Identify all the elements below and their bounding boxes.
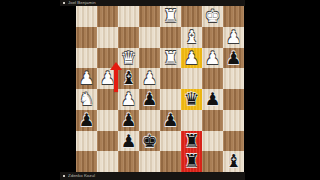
black-rook-c8: ♜ [184,151,200,172]
square-b5: ♟ [202,89,223,110]
square-g2 [97,27,118,48]
square-c2: ♝ [181,27,202,48]
square-c6 [181,110,202,131]
white-king-b1: ♚ [205,6,221,27]
bottom-player-bar: Zdenko Kozul [60,172,245,180]
square-e2 [139,27,160,48]
square-f4: ♝ [118,68,139,89]
black-pawn-f6: ♟ [121,110,137,131]
square-g7 [97,131,118,152]
white-bishop-c2: ♝ [184,27,200,48]
black-pawn-a3: ♟ [226,48,242,69]
square-g3 [97,48,118,69]
square-h1 [76,6,97,27]
white-knight-h5: ♞ [79,89,95,110]
square-h5: ♞ [76,89,97,110]
square-a6 [223,110,244,131]
square-f1 [118,6,139,27]
square-f8 [118,151,139,172]
square-a8: ♝ [223,151,244,172]
bottom-player-name: Zdenko Kozul [68,174,95,178]
square-d7 [160,131,181,152]
square-b8 [202,151,223,172]
black-queen-c5: ♛ [184,89,200,110]
white-pawn-e4: ♟ [142,68,158,89]
square-e5: ♟ [139,89,160,110]
white-pawn-c3: ♟ [184,48,200,69]
square-c8: ♜ [181,151,202,172]
square-h2 [76,27,97,48]
square-a5 [223,89,244,110]
white-queen-f3: ♛ [121,48,137,69]
white-rook-d1: ♜ [163,6,179,27]
square-h8 [76,151,97,172]
white-rook-d3: ♜ [163,48,179,69]
square-c7: ♜ [181,131,202,152]
square-f6: ♟ [118,110,139,131]
square-a3: ♟ [223,48,244,69]
square-e7: ♚ [139,131,160,152]
black-king-e7: ♚ [142,131,158,152]
square-b6 [202,110,223,131]
black-bishop-a8: ♝ [226,151,242,172]
square-e8 [139,151,160,172]
square-g4: ♟ [97,68,118,89]
square-h6: ♟ [76,110,97,131]
square-g8 [97,151,118,172]
white-pawn-b3: ♟ [205,48,221,69]
square-b3: ♟ [202,48,223,69]
square-g6 [97,110,118,131]
video-frame: Joel Benjamin ♜♚♝♟♛♜♟♟♟♟♟♝♟♞♟♟♛♟♟♟♟♟♚♜♜♝… [0,0,320,180]
white-pawn-f5: ♟ [121,89,137,110]
square-d2 [160,27,181,48]
chess-board: ♜♚♝♟♛♜♟♟♟♟♟♝♟♞♟♟♛♟♟♟♟♟♚♜♜♝ [76,6,244,172]
white-pawn-a2: ♟ [226,27,242,48]
top-player-name: Joel Benjamin [68,1,96,5]
top-player-color-indicator [63,2,65,4]
square-c1 [181,6,202,27]
black-bishop-f4: ♝ [121,68,137,89]
square-a2: ♟ [223,27,244,48]
square-e6 [139,110,160,131]
square-f2 [118,27,139,48]
square-f7: ♟ [118,131,139,152]
black-pawn-f7: ♟ [121,131,137,152]
square-h4: ♟ [76,68,97,89]
square-c4 [181,68,202,89]
square-d3: ♜ [160,48,181,69]
square-d5 [160,89,181,110]
square-b2 [202,27,223,48]
square-f3: ♛ [118,48,139,69]
square-e4: ♟ [139,68,160,89]
square-c3: ♟ [181,48,202,69]
square-a1 [223,6,244,27]
black-pawn-b5: ♟ [205,89,221,110]
square-h7 [76,131,97,152]
square-d6: ♟ [160,110,181,131]
black-pawn-d6: ♟ [163,110,179,131]
square-c5: ♛ [181,89,202,110]
square-a4 [223,68,244,89]
square-b1: ♚ [202,6,223,27]
square-h3 [76,48,97,69]
bottom-player-color-indicator [63,175,65,177]
black-pawn-e5: ♟ [142,89,158,110]
square-g5 [97,89,118,110]
square-f5: ♟ [118,89,139,110]
square-b4 [202,68,223,89]
square-e3 [139,48,160,69]
square-e1 [139,6,160,27]
white-pawn-h4: ♟ [79,68,95,89]
square-b7 [202,131,223,152]
square-d8 [160,151,181,172]
square-g1 [97,6,118,27]
square-a7 [223,131,244,152]
black-rook-c7: ♜ [184,131,200,152]
square-d4 [160,68,181,89]
black-pawn-h6: ♟ [79,110,95,131]
white-pawn-g4: ♟ [100,68,116,89]
square-d1: ♜ [160,6,181,27]
